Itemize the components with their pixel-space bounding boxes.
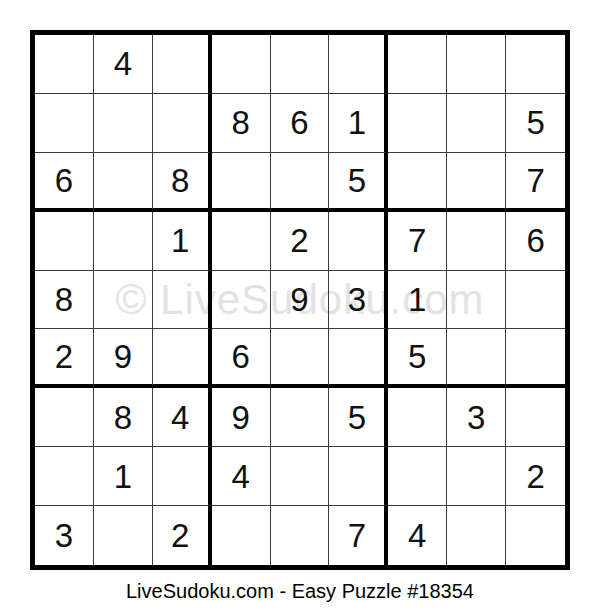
cell-r7c6[interactable]: 5 bbox=[329, 388, 388, 447]
cell-r8c4[interactable]: 4 bbox=[212, 447, 271, 506]
cell-r2c5[interactable]: 6 bbox=[271, 94, 330, 153]
cell-r1c5[interactable] bbox=[271, 35, 330, 94]
cell-r6c9[interactable] bbox=[506, 329, 565, 388]
cell-r8c7[interactable] bbox=[388, 447, 447, 506]
cell-r9c3[interactable]: 2 bbox=[153, 506, 212, 565]
cell-r6c4[interactable]: 6 bbox=[212, 329, 271, 388]
cell-r7c2[interactable]: 8 bbox=[94, 388, 153, 447]
cell-r4c3[interactable]: 1 bbox=[153, 212, 212, 271]
sudoku-page: © LiveSudoku.com 48615685712768931296584… bbox=[0, 0, 600, 615]
sudoku-grid: 486156857127689312965849531423274 bbox=[30, 30, 570, 570]
cell-r3c8[interactable] bbox=[447, 153, 506, 212]
cell-r5c4[interactable] bbox=[212, 271, 271, 330]
cell-r7c7[interactable] bbox=[388, 388, 447, 447]
cell-r9c6[interactable]: 7 bbox=[329, 506, 388, 565]
cell-r2c1[interactable] bbox=[35, 94, 94, 153]
caption: LiveSudoku.com - Easy Puzzle #18354 bbox=[0, 580, 600, 603]
cell-r8c9[interactable]: 2 bbox=[506, 447, 565, 506]
cell-r2c7[interactable] bbox=[388, 94, 447, 153]
cell-r9c2[interactable] bbox=[94, 506, 153, 565]
cell-r3c9[interactable]: 7 bbox=[506, 153, 565, 212]
cell-r8c1[interactable] bbox=[35, 447, 94, 506]
cell-r1c7[interactable] bbox=[388, 35, 447, 94]
cell-r3c6[interactable]: 5 bbox=[329, 153, 388, 212]
cell-r7c9[interactable] bbox=[506, 388, 565, 447]
cell-r9c8[interactable] bbox=[447, 506, 506, 565]
cell-r1c1[interactable] bbox=[35, 35, 94, 94]
cell-r6c5[interactable] bbox=[271, 329, 330, 388]
cell-r9c4[interactable] bbox=[212, 506, 271, 565]
cell-r4c6[interactable] bbox=[329, 212, 388, 271]
cell-r6c8[interactable] bbox=[447, 329, 506, 388]
sudoku-board: © LiveSudoku.com 48615685712768931296584… bbox=[30, 30, 570, 570]
cell-r5c9[interactable] bbox=[506, 271, 565, 330]
cell-r4c8[interactable] bbox=[447, 212, 506, 271]
cell-r6c7[interactable]: 5 bbox=[388, 329, 447, 388]
cell-r3c2[interactable] bbox=[94, 153, 153, 212]
cell-r2c3[interactable] bbox=[153, 94, 212, 153]
cell-r6c2[interactable]: 9 bbox=[94, 329, 153, 388]
cell-r8c5[interactable] bbox=[271, 447, 330, 506]
cell-r3c5[interactable] bbox=[271, 153, 330, 212]
cell-r3c3[interactable]: 8 bbox=[153, 153, 212, 212]
cell-r9c9[interactable] bbox=[506, 506, 565, 565]
cell-r2c8[interactable] bbox=[447, 94, 506, 153]
cell-r5c5[interactable]: 9 bbox=[271, 271, 330, 330]
cell-r6c3[interactable] bbox=[153, 329, 212, 388]
cell-r9c7[interactable]: 4 bbox=[388, 506, 447, 565]
cell-r3c4[interactable] bbox=[212, 153, 271, 212]
cell-r4c2[interactable] bbox=[94, 212, 153, 271]
cell-r1c6[interactable] bbox=[329, 35, 388, 94]
cell-r4c9[interactable]: 6 bbox=[506, 212, 565, 271]
cell-r4c5[interactable]: 2 bbox=[271, 212, 330, 271]
cell-r1c2[interactable]: 4 bbox=[94, 35, 153, 94]
cell-r1c9[interactable] bbox=[506, 35, 565, 94]
cell-r4c1[interactable] bbox=[35, 212, 94, 271]
cell-r3c1[interactable]: 6 bbox=[35, 153, 94, 212]
cell-r2c6[interactable]: 1 bbox=[329, 94, 388, 153]
cell-r1c4[interactable] bbox=[212, 35, 271, 94]
cell-r8c6[interactable] bbox=[329, 447, 388, 506]
cell-r9c5[interactable] bbox=[271, 506, 330, 565]
cell-r5c1[interactable]: 8 bbox=[35, 271, 94, 330]
cell-r6c6[interactable] bbox=[329, 329, 388, 388]
cell-r5c3[interactable] bbox=[153, 271, 212, 330]
cell-r7c1[interactable] bbox=[35, 388, 94, 447]
cell-r6c1[interactable]: 2 bbox=[35, 329, 94, 388]
cell-r5c2[interactable] bbox=[94, 271, 153, 330]
cell-r2c2[interactable] bbox=[94, 94, 153, 153]
cell-r1c3[interactable] bbox=[153, 35, 212, 94]
cell-r1c8[interactable] bbox=[447, 35, 506, 94]
cell-r4c7[interactable]: 7 bbox=[388, 212, 447, 271]
cell-r5c6[interactable]: 3 bbox=[329, 271, 388, 330]
cell-r3c7[interactable] bbox=[388, 153, 447, 212]
cell-r4c4[interactable] bbox=[212, 212, 271, 271]
cell-r8c8[interactable] bbox=[447, 447, 506, 506]
cell-r2c4[interactable]: 8 bbox=[212, 94, 271, 153]
cell-r5c7[interactable]: 1 bbox=[388, 271, 447, 330]
cell-r8c2[interactable]: 1 bbox=[94, 447, 153, 506]
cell-r8c3[interactable] bbox=[153, 447, 212, 506]
cell-r7c4[interactable]: 9 bbox=[212, 388, 271, 447]
cell-r9c1[interactable]: 3 bbox=[35, 506, 94, 565]
cell-r5c8[interactable] bbox=[447, 271, 506, 330]
cell-r7c8[interactable]: 3 bbox=[447, 388, 506, 447]
cell-r7c3[interactable]: 4 bbox=[153, 388, 212, 447]
cell-r2c9[interactable]: 5 bbox=[506, 94, 565, 153]
cell-r7c5[interactable] bbox=[271, 388, 330, 447]
